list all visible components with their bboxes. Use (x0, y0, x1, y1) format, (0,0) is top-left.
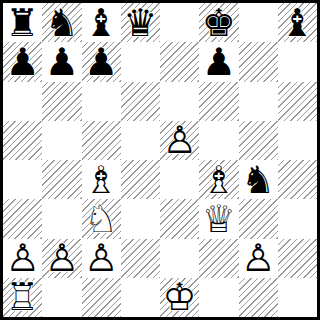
square-h5[interactable] (278, 121, 317, 160)
piece-white-pawn: ♟♙ (163, 121, 197, 159)
square-a7[interactable]: ♟ (3, 42, 42, 81)
piece-white-king: ♚♔ (163, 278, 197, 316)
square-c3[interactable]: ♞♘ (82, 199, 121, 238)
piece-black-knight: ♞ (241, 161, 275, 199)
square-d3[interactable] (121, 199, 160, 238)
square-e1[interactable]: ♚♔ (160, 278, 199, 317)
piece-black-bishop: ♝ (84, 4, 118, 42)
square-c5[interactable] (82, 121, 121, 160)
square-e6[interactable] (160, 82, 199, 121)
piece-white-pawn: ♟♙ (84, 239, 118, 277)
square-d4[interactable] (121, 160, 160, 199)
square-h8[interactable]: ♝ (278, 3, 317, 42)
square-g2[interactable]: ♟♙ (239, 239, 278, 278)
square-c4[interactable]: ♝♗ (82, 160, 121, 199)
square-e2[interactable] (160, 239, 199, 278)
square-a1[interactable]: ♜♖ (3, 278, 42, 317)
piece-black-pawn: ♟ (6, 43, 40, 81)
piece-black-king: ♚ (202, 4, 236, 42)
square-b2[interactable]: ♟♙ (42, 239, 81, 278)
square-e4[interactable] (160, 160, 199, 199)
square-d5[interactable] (121, 121, 160, 160)
square-e7[interactable] (160, 42, 199, 81)
square-d7[interactable] (121, 42, 160, 81)
piece-black-pawn: ♟ (202, 43, 236, 81)
square-g8[interactable] (239, 3, 278, 42)
piece-white-pawn: ♟♙ (45, 239, 79, 277)
square-d8[interactable]: ♛ (121, 3, 160, 42)
square-b8[interactable]: ♞ (42, 3, 81, 42)
square-g6[interactable] (239, 82, 278, 121)
square-c1[interactable] (82, 278, 121, 317)
square-a2[interactable]: ♟♙ (3, 239, 42, 278)
square-h3[interactable] (278, 199, 317, 238)
square-g3[interactable] (239, 199, 278, 238)
square-e8[interactable] (160, 3, 199, 42)
square-f1[interactable] (199, 278, 238, 317)
square-g5[interactable] (239, 121, 278, 160)
square-b5[interactable] (42, 121, 81, 160)
square-a6[interactable] (3, 82, 42, 121)
piece-white-bishop: ♝♗ (202, 161, 236, 199)
piece-white-bishop: ♝♗ (84, 161, 118, 199)
square-c6[interactable] (82, 82, 121, 121)
square-b6[interactable] (42, 82, 81, 121)
piece-black-rook: ♜ (6, 4, 40, 42)
square-f6[interactable] (199, 82, 238, 121)
chess-board: ♜♞♝♛♚♝♟♟♟♟♟♙♝♗♝♗♞♞♘♛♕♟♙♟♙♟♙♟♙♜♖♚♔ (0, 0, 320, 320)
square-c8[interactable]: ♝ (82, 3, 121, 42)
square-b7[interactable]: ♟ (42, 42, 81, 81)
square-a3[interactable] (3, 199, 42, 238)
square-a5[interactable] (3, 121, 42, 160)
square-h2[interactable] (278, 239, 317, 278)
square-f2[interactable] (199, 239, 238, 278)
square-d6[interactable] (121, 82, 160, 121)
square-h7[interactable] (278, 42, 317, 81)
square-f8[interactable]: ♚ (199, 3, 238, 42)
square-h4[interactable] (278, 160, 317, 199)
square-h1[interactable] (278, 278, 317, 317)
square-a8[interactable]: ♜ (3, 3, 42, 42)
square-f7[interactable]: ♟ (199, 42, 238, 81)
square-d2[interactable] (121, 239, 160, 278)
square-f4[interactable]: ♝♗ (199, 160, 238, 199)
square-g7[interactable] (239, 42, 278, 81)
piece-white-rook: ♜♖ (6, 278, 40, 316)
piece-white-pawn: ♟♙ (241, 239, 275, 277)
square-h6[interactable] (278, 82, 317, 121)
square-a4[interactable] (3, 160, 42, 199)
square-f5[interactable] (199, 121, 238, 160)
square-b4[interactable] (42, 160, 81, 199)
piece-black-pawn: ♟ (84, 43, 118, 81)
piece-white-knight: ♞♘ (84, 200, 118, 238)
square-e5[interactable]: ♟♙ (160, 121, 199, 160)
piece-black-queen: ♛ (123, 4, 157, 42)
square-b1[interactable] (42, 278, 81, 317)
piece-black-knight: ♞ (45, 4, 79, 42)
piece-white-queen: ♛♕ (202, 200, 236, 238)
square-d1[interactable] (121, 278, 160, 317)
piece-black-pawn: ♟ (45, 43, 79, 81)
square-c2[interactable]: ♟♙ (82, 239, 121, 278)
square-e3[interactable] (160, 199, 199, 238)
square-c7[interactable]: ♟ (82, 42, 121, 81)
square-b3[interactable] (42, 199, 81, 238)
square-g4[interactable]: ♞ (239, 160, 278, 199)
piece-white-pawn: ♟♙ (6, 239, 40, 277)
piece-black-bishop: ♝ (280, 4, 314, 42)
square-f3[interactable]: ♛♕ (199, 199, 238, 238)
square-g1[interactable] (239, 278, 278, 317)
